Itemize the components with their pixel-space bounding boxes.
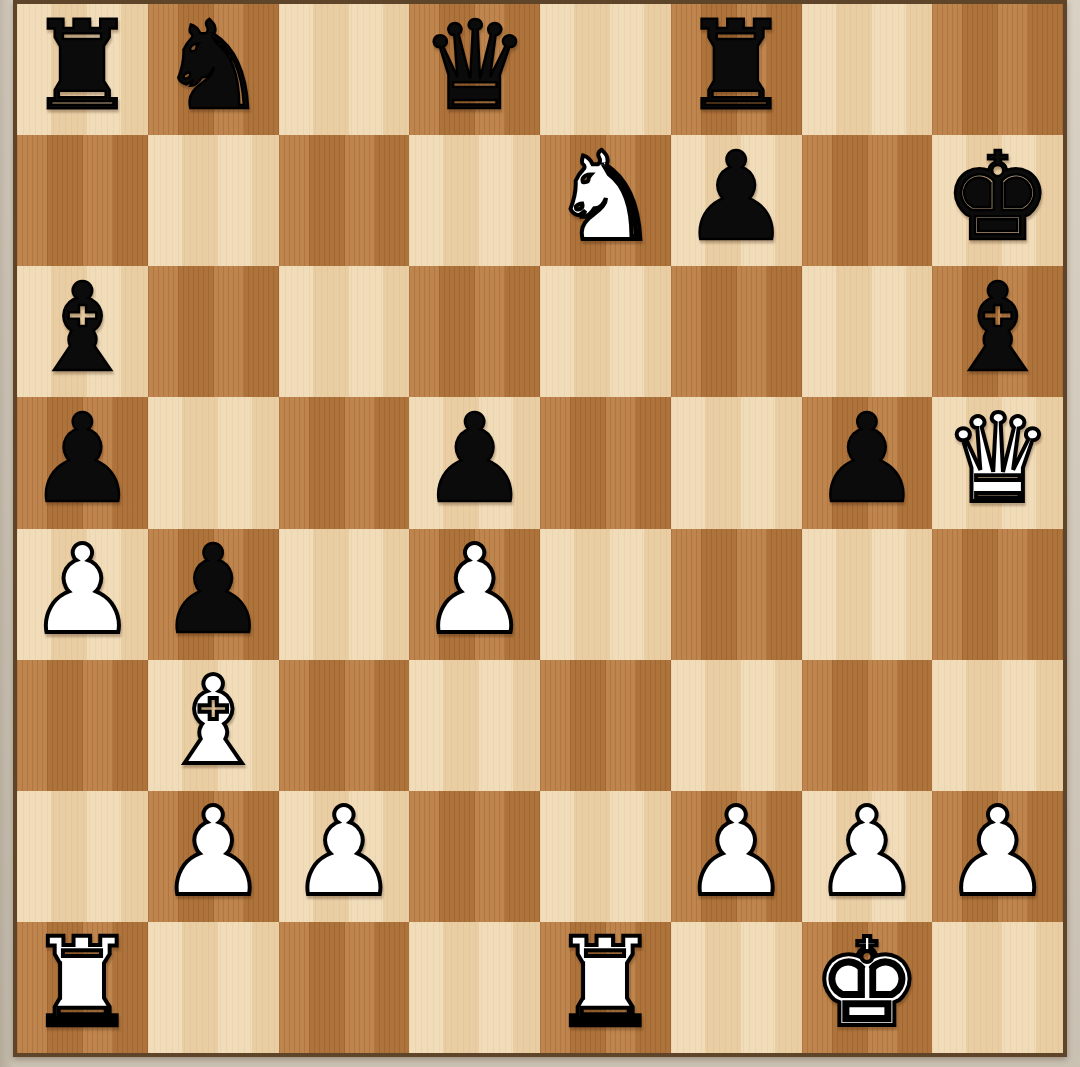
black-king-h7[interactable]: ♚ xyxy=(943,136,1052,258)
square-f6[interactable] xyxy=(671,266,802,397)
square-b7[interactable] xyxy=(148,135,279,266)
white-bishop-b3[interactable]: ♝ xyxy=(158,660,267,782)
square-a2[interactable] xyxy=(17,791,148,922)
black-pawn-g5[interactable]: ♟ xyxy=(812,398,921,520)
white-pawn-d4[interactable]: ♟ xyxy=(420,529,529,651)
square-c4[interactable] xyxy=(279,529,410,660)
white-rook-e1[interactable]: ♜ xyxy=(551,922,660,1044)
square-f3[interactable] xyxy=(671,660,802,791)
square-e8[interactable] xyxy=(540,4,671,135)
square-g4[interactable] xyxy=(802,529,933,660)
white-knight-e7[interactable]: ♞ xyxy=(551,136,660,258)
square-e6[interactable] xyxy=(540,266,671,397)
black-knight-b8[interactable]: ♞ xyxy=(158,5,267,127)
square-c7[interactable] xyxy=(279,135,410,266)
square-d2[interactable] xyxy=(409,791,540,922)
square-f8[interactable]: ♜ xyxy=(671,4,802,135)
square-d4[interactable]: ♟ xyxy=(409,529,540,660)
square-b8[interactable]: ♞ xyxy=(148,4,279,135)
square-e7[interactable]: ♞ xyxy=(540,135,671,266)
white-pawn-c2[interactable]: ♟ xyxy=(289,791,398,913)
square-c8[interactable] xyxy=(279,4,410,135)
square-e2[interactable] xyxy=(540,791,671,922)
chess-board: ♜♞♛♜♞♟♚♝♝♟♟♟♛♟♟♟♝♟♟♟♟♟♜♜♚ xyxy=(17,4,1063,1053)
square-e3[interactable] xyxy=(540,660,671,791)
square-b6[interactable] xyxy=(148,266,279,397)
square-d1[interactable] xyxy=(409,922,540,1053)
square-d8[interactable]: ♛ xyxy=(409,4,540,135)
square-d7[interactable] xyxy=(409,135,540,266)
white-pawn-b2[interactable]: ♟ xyxy=(158,791,267,913)
square-d3[interactable] xyxy=(409,660,540,791)
square-f7[interactable]: ♟ xyxy=(671,135,802,266)
black-bishop-a6[interactable]: ♝ xyxy=(28,267,137,389)
square-h1[interactable] xyxy=(932,922,1063,1053)
square-e4[interactable] xyxy=(540,529,671,660)
square-c6[interactable] xyxy=(279,266,410,397)
white-rook-a1[interactable]: ♜ xyxy=(28,922,137,1044)
black-rook-a8[interactable]: ♜ xyxy=(28,5,137,127)
white-pawn-a4[interactable]: ♟ xyxy=(28,529,137,651)
square-h5[interactable]: ♛ xyxy=(932,397,1063,528)
square-c3[interactable] xyxy=(279,660,410,791)
black-pawn-b4[interactable]: ♟ xyxy=(158,529,267,651)
square-h8[interactable] xyxy=(932,4,1063,135)
black-rook-f8[interactable]: ♜ xyxy=(681,5,790,127)
square-g8[interactable] xyxy=(802,4,933,135)
square-b1[interactable] xyxy=(148,922,279,1053)
square-c1[interactable] xyxy=(279,922,410,1053)
square-f5[interactable] xyxy=(671,397,802,528)
square-d5[interactable]: ♟ xyxy=(409,397,540,528)
square-g2[interactable]: ♟ xyxy=(802,791,933,922)
chess-board-frame: ♜♞♛♜♞♟♚♝♝♟♟♟♛♟♟♟♝♟♟♟♟♟♜♜♚ xyxy=(13,0,1067,1057)
square-h6[interactable]: ♝ xyxy=(932,266,1063,397)
square-e5[interactable] xyxy=(540,397,671,528)
square-b2[interactable]: ♟ xyxy=(148,791,279,922)
square-g1[interactable]: ♚ xyxy=(802,922,933,1053)
square-h3[interactable] xyxy=(932,660,1063,791)
square-g3[interactable] xyxy=(802,660,933,791)
square-a5[interactable]: ♟ xyxy=(17,397,148,528)
black-pawn-f7[interactable]: ♟ xyxy=(681,136,790,258)
square-a3[interactable] xyxy=(17,660,148,791)
square-h4[interactable] xyxy=(932,529,1063,660)
square-c5[interactable] xyxy=(279,397,410,528)
white-pawn-h2[interactable]: ♟ xyxy=(943,791,1052,913)
black-pawn-d5[interactable]: ♟ xyxy=(420,398,529,520)
black-bishop-h6[interactable]: ♝ xyxy=(943,267,1052,389)
black-queen-d8[interactable]: ♛ xyxy=(420,5,529,127)
square-a1[interactable]: ♜ xyxy=(17,922,148,1053)
square-a4[interactable]: ♟ xyxy=(17,529,148,660)
black-pawn-a5[interactable]: ♟ xyxy=(28,398,137,520)
square-a6[interactable]: ♝ xyxy=(17,266,148,397)
square-f4[interactable] xyxy=(671,529,802,660)
page-background: { "game": "chess", "position": { "fen": … xyxy=(0,0,1080,1067)
square-f1[interactable] xyxy=(671,922,802,1053)
square-h2[interactable]: ♟ xyxy=(932,791,1063,922)
square-e1[interactable]: ♜ xyxy=(540,922,671,1053)
square-g7[interactable] xyxy=(802,135,933,266)
square-a8[interactable]: ♜ xyxy=(17,4,148,135)
white-pawn-f2[interactable]: ♟ xyxy=(681,791,790,913)
square-g5[interactable]: ♟ xyxy=(802,397,933,528)
square-b3[interactable]: ♝ xyxy=(148,660,279,791)
square-f2[interactable]: ♟ xyxy=(671,791,802,922)
square-g6[interactable] xyxy=(802,266,933,397)
square-b4[interactable]: ♟ xyxy=(148,529,279,660)
square-h7[interactable]: ♚ xyxy=(932,135,1063,266)
white-pawn-g2[interactable]: ♟ xyxy=(812,791,921,913)
square-c2[interactable]: ♟ xyxy=(279,791,410,922)
white-queen-h5[interactable]: ♛ xyxy=(943,398,1052,520)
square-d6[interactable] xyxy=(409,266,540,397)
square-a7[interactable] xyxy=(17,135,148,266)
white-king-g1[interactable]: ♚ xyxy=(812,922,921,1044)
square-b5[interactable] xyxy=(148,397,279,528)
